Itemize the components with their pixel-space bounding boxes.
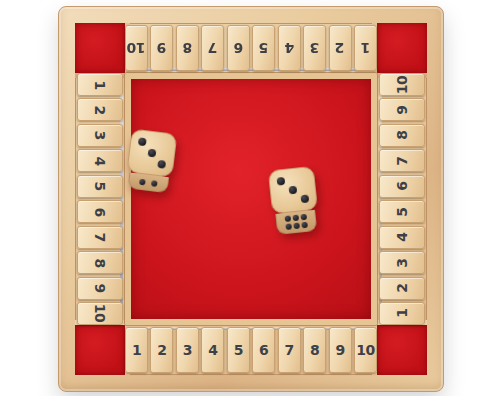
die-1[interactable] (125, 128, 178, 193)
tile-number: 4 (208, 343, 217, 357)
tile-number: 8 (310, 343, 319, 357)
tile-2[interactable]: 2 (379, 277, 425, 300)
tile-number: 7 (93, 233, 107, 242)
corner-felt-top-left (75, 23, 130, 78)
tile-number: 7 (395, 156, 409, 165)
tile-4[interactable]: 4 (77, 149, 123, 172)
tile-number: 1 (132, 343, 141, 357)
tile-5[interactable]: 5 (379, 200, 425, 223)
tile-number: 3 (310, 41, 319, 55)
product-photo: 10987654321 12345678910 12345678910 1098… (0, 0, 500, 396)
tile-number: 6 (93, 207, 107, 216)
tile-number: 5 (234, 343, 243, 357)
die-pip (284, 215, 291, 222)
die-pip (139, 178, 146, 185)
tile-10[interactable]: 10 (379, 73, 425, 96)
die-top-face-3 (268, 166, 318, 215)
die-pip (301, 214, 308, 221)
tile-number: 8 (93, 258, 107, 267)
tile-row-top: 10987654321 (125, 23, 377, 73)
tile-number: 5 (259, 41, 268, 55)
tile-number: 5 (93, 182, 107, 191)
tile-number: 9 (395, 105, 409, 114)
tile-3[interactable]: 3 (176, 327, 199, 373)
tile-number: 5 (395, 207, 409, 216)
tile-7[interactable]: 7 (379, 149, 425, 172)
tile-4[interactable]: 4 (278, 25, 301, 71)
tile-number: 2 (157, 343, 166, 357)
tile-7[interactable]: 7 (77, 226, 123, 249)
tile-row-left: 12345678910 (75, 73, 125, 325)
corner-felt-bottom-right (372, 320, 427, 375)
tile-number: 1 (361, 41, 370, 55)
tile-number: 7 (285, 343, 294, 357)
tile-4[interactable]: 4 (379, 226, 425, 249)
tile-2[interactable]: 2 (329, 25, 352, 71)
tile-5[interactable]: 5 (227, 327, 250, 373)
tile-7[interactable]: 7 (278, 327, 301, 373)
tile-number: 9 (93, 283, 107, 292)
tile-number: 3 (93, 131, 107, 140)
board-inner: 10987654321 12345678910 12345678910 1098… (75, 23, 427, 375)
tile-number: 4 (285, 41, 294, 55)
tile-8[interactable]: 8 (379, 124, 425, 147)
tile-number: 2 (335, 41, 344, 55)
tile-number: 10 (356, 343, 374, 357)
corner-felt-top-right (372, 23, 427, 78)
tile-number: 10 (93, 304, 107, 322)
tile-number: 6 (259, 343, 268, 357)
tile-number: 3 (395, 258, 409, 267)
tile-number: 6 (395, 182, 409, 191)
shut-the-box-board: 10987654321 12345678910 12345678910 1098… (58, 6, 444, 392)
tile-3[interactable]: 3 (379, 251, 425, 274)
tile-number: 6 (234, 41, 243, 55)
tile-number: 10 (127, 41, 145, 55)
tile-8[interactable]: 8 (303, 327, 326, 373)
die-front-face-6 (275, 210, 317, 235)
tile-1[interactable]: 1 (77, 73, 123, 96)
tile-5[interactable]: 5 (252, 25, 275, 71)
die-pip (138, 137, 147, 146)
tile-9[interactable]: 9 (77, 277, 123, 300)
tile-number: 9 (157, 41, 166, 55)
tile-number: 8 (395, 131, 409, 140)
tile-3[interactable]: 3 (77, 124, 123, 147)
tile-number: 4 (93, 156, 107, 165)
tile-number: 1 (395, 309, 409, 318)
die-pip (148, 149, 157, 158)
tile-number: 10 (395, 75, 409, 93)
tile-number: 9 (335, 343, 344, 357)
tile-10[interactable]: 10 (77, 302, 123, 325)
die-top-face-3 (126, 128, 177, 177)
die-pip (302, 222, 309, 229)
tile-row-bottom: 12345678910 (125, 325, 377, 375)
tile-number: 7 (208, 41, 217, 55)
tile-number: 1 (93, 80, 107, 89)
tile-6[interactable]: 6 (227, 25, 250, 71)
tile-6[interactable]: 6 (252, 327, 275, 373)
tile-row-right: 10987654321 (377, 73, 427, 325)
tile-9[interactable]: 9 (379, 98, 425, 121)
tile-number: 8 (183, 41, 192, 55)
tile-3[interactable]: 3 (303, 25, 326, 71)
die-pip (285, 223, 292, 230)
die-pip (300, 195, 309, 204)
tile-9[interactable]: 9 (150, 25, 173, 71)
tile-6[interactable]: 6 (379, 175, 425, 198)
tile-number: 3 (183, 343, 192, 357)
tile-4[interactable]: 4 (201, 327, 224, 373)
tile-1[interactable]: 1 (379, 302, 425, 325)
tile-6[interactable]: 6 (77, 200, 123, 223)
tile-9[interactable]: 9 (329, 327, 352, 373)
tile-7[interactable]: 7 (201, 25, 224, 71)
tile-8[interactable]: 8 (77, 251, 123, 274)
tile-number: 2 (395, 283, 409, 292)
die-pip (289, 186, 298, 195)
tile-number: 2 (93, 105, 107, 114)
die-pip (293, 223, 300, 230)
tile-8[interactable]: 8 (176, 25, 199, 71)
tile-1[interactable]: 1 (354, 25, 377, 71)
tile-5[interactable]: 5 (77, 175, 123, 198)
corner-felt-bottom-left (75, 320, 130, 375)
die-pip (151, 180, 158, 187)
tile-10[interactable]: 10 (354, 327, 377, 373)
tile-2[interactable]: 2 (150, 327, 173, 373)
tile-10[interactable]: 10 (125, 25, 148, 71)
die-pip (157, 160, 166, 169)
die-2[interactable] (268, 166, 321, 235)
tile-1[interactable]: 1 (125, 327, 148, 373)
center-felt (125, 73, 377, 325)
die-pip (277, 177, 286, 186)
tile-number: 4 (395, 233, 409, 242)
tile-2[interactable]: 2 (77, 98, 123, 121)
die-pip (293, 215, 300, 222)
